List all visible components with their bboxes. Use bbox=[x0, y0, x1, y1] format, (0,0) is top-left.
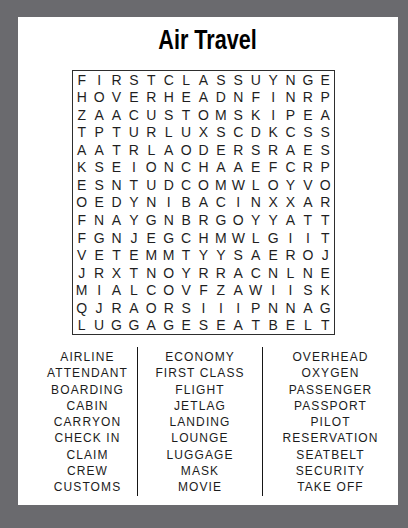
grid-cell: O bbox=[317, 176, 334, 194]
grid-cell: A bbox=[230, 316, 247, 334]
grid-cell: E bbox=[282, 316, 299, 334]
grid-cell: E bbox=[90, 194, 107, 212]
grid-cell: R bbox=[108, 71, 125, 89]
grid-cell: N bbox=[143, 194, 160, 212]
grid-cell: Y bbox=[125, 211, 142, 229]
grid-cell: A bbox=[108, 281, 125, 299]
grid-cell: B bbox=[264, 316, 281, 334]
grid-cell: A bbox=[212, 159, 229, 177]
word-item: CREW bbox=[38, 463, 137, 479]
grid-cell: C bbox=[125, 106, 142, 124]
grid-cell: C bbox=[177, 229, 194, 247]
grid-cell: N bbox=[160, 211, 177, 229]
grid-cell: O bbox=[195, 106, 212, 124]
grid-cell: G bbox=[317, 299, 334, 317]
grid-cell: S bbox=[230, 246, 247, 264]
word-search-grid: FIRSTCLASSUYNGEHOVERHEADNFINRPZAACUSTOMS… bbox=[72, 70, 335, 335]
grid-cell: A bbox=[230, 281, 247, 299]
grid-cell: V bbox=[299, 176, 316, 194]
grid-cell: E bbox=[212, 141, 229, 159]
grid-cell: Y bbox=[177, 264, 194, 282]
grid-cell: S bbox=[317, 124, 334, 142]
grid-cell: I bbox=[264, 106, 281, 124]
grid-cell: I bbox=[90, 281, 107, 299]
grid-cell: A bbox=[90, 106, 107, 124]
word-item: FIRST CLASS bbox=[138, 365, 262, 381]
grid-cell: T bbox=[108, 124, 125, 142]
grid-cell: E bbox=[143, 229, 160, 247]
grid-cell: T bbox=[125, 264, 142, 282]
grid-cell: A bbox=[195, 194, 212, 212]
grid-cell: I bbox=[195, 299, 212, 317]
grid-cell: T bbox=[108, 141, 125, 159]
page-title-text: Air Travel bbox=[159, 25, 257, 56]
word-column: OVERHEADOXYGENPASSENGERPASSPORTPILOTRESE… bbox=[262, 347, 398, 496]
word-item: LANDING bbox=[138, 414, 262, 430]
grid-cell: C bbox=[160, 71, 177, 89]
grid-cell: T bbox=[299, 211, 316, 229]
grid-cell: R bbox=[299, 159, 316, 177]
grid-cell: A bbox=[230, 264, 247, 282]
grid-cell: J bbox=[125, 229, 142, 247]
grid-cell: U bbox=[143, 106, 160, 124]
grid-cell: W bbox=[230, 176, 247, 194]
grid-cell: T bbox=[125, 176, 142, 194]
grid-cell: X bbox=[264, 194, 281, 212]
grid-cell: A bbox=[299, 194, 316, 212]
grid-cell: N bbox=[247, 194, 264, 212]
word-item: SECURITY bbox=[263, 463, 398, 479]
grid-cell: O bbox=[143, 159, 160, 177]
grid-cell: A bbox=[247, 246, 264, 264]
grid-cell: O bbox=[160, 281, 177, 299]
word-column: ECONOMYFIRST CLASSFLIGHTJETLAGLANDINGLOU… bbox=[137, 347, 262, 496]
word-item: MASK bbox=[138, 463, 262, 479]
grid-cell: I bbox=[160, 194, 177, 212]
grid-cell: C bbox=[212, 194, 229, 212]
grid-cell: Q bbox=[73, 299, 90, 317]
word-item: PASSPORT bbox=[263, 398, 398, 414]
grid-cell: M bbox=[212, 229, 229, 247]
word-item: CUSTOMS bbox=[38, 479, 137, 495]
grid-cell: Z bbox=[73, 106, 90, 124]
grid-cell: P bbox=[90, 124, 107, 142]
word-item: OVERHEAD bbox=[263, 349, 398, 365]
grid-cell: V bbox=[73, 246, 90, 264]
grid-cell: S bbox=[299, 124, 316, 142]
grid-cell: E bbox=[177, 316, 194, 334]
grid-cell: S bbox=[230, 71, 247, 89]
grid-cell: X bbox=[195, 124, 212, 142]
grid-cell: A bbox=[108, 211, 125, 229]
word-item: BOARDING bbox=[38, 382, 137, 398]
grid-cell: R bbox=[212, 264, 229, 282]
grid-cell: X bbox=[282, 194, 299, 212]
word-item: AIRLINE bbox=[38, 349, 137, 365]
grid-cell: T bbox=[317, 229, 334, 247]
grid-cell: H bbox=[195, 159, 212, 177]
grid-cell: I bbox=[264, 281, 281, 299]
grid-cell: E bbox=[125, 246, 142, 264]
grid-cell: N bbox=[264, 264, 281, 282]
word-item: PASSENGER bbox=[263, 382, 398, 398]
word-column: AIRLINEATTENDANTBOARDINGCABINCARRYONCHEC… bbox=[38, 347, 137, 496]
grid-cell: Y bbox=[282, 176, 299, 194]
grid-cell: O bbox=[230, 211, 247, 229]
word-item: CARRYON bbox=[38, 414, 137, 430]
grid-cell: S bbox=[212, 71, 229, 89]
grid-cell: R bbox=[317, 194, 334, 212]
grid-cell: I bbox=[264, 89, 281, 107]
grid-cell: A bbox=[73, 141, 90, 159]
grid-cell: E bbox=[317, 71, 334, 89]
photo-frame: Air Travel FIRSTCLASSUYNGEHOVERHEADNFINR… bbox=[0, 0, 408, 528]
grid-cell: K bbox=[247, 106, 264, 124]
grid-cell: Y bbox=[264, 211, 281, 229]
grid-cell: R bbox=[230, 141, 247, 159]
word-item: RESERVATION bbox=[263, 430, 398, 446]
grid-cell: O bbox=[299, 246, 316, 264]
grid-cell: N bbox=[282, 299, 299, 317]
grid-cell: A bbox=[195, 89, 212, 107]
grid-cell: F bbox=[195, 281, 212, 299]
grid-cell: U bbox=[90, 316, 107, 334]
grid-cell: L bbox=[125, 281, 142, 299]
grid-cell: C bbox=[230, 124, 247, 142]
grid-cell: N bbox=[282, 89, 299, 107]
grid-cell: M bbox=[160, 246, 177, 264]
grid-cell: M bbox=[143, 246, 160, 264]
grid-cell: R bbox=[264, 141, 281, 159]
grid-cell: D bbox=[212, 89, 229, 107]
grid-cell: Y bbox=[125, 194, 142, 212]
grid-cell: P bbox=[317, 89, 334, 107]
grid-cell: A bbox=[299, 299, 316, 317]
word-item: TAKE OFF bbox=[263, 479, 398, 495]
grid-cell: R bbox=[90, 264, 107, 282]
grid-cell: U bbox=[177, 124, 194, 142]
grid-cell: L bbox=[73, 316, 90, 334]
grid-cell: D bbox=[247, 124, 264, 142]
grid-cell: F bbox=[73, 229, 90, 247]
grid-cell: O bbox=[195, 176, 212, 194]
grid-cell: R bbox=[160, 299, 177, 317]
grid-cell: R bbox=[195, 211, 212, 229]
word-item: JETLAG bbox=[138, 398, 262, 414]
grid-cell: G bbox=[299, 71, 316, 89]
grid-cell: B bbox=[177, 194, 194, 212]
grid-cell: N bbox=[160, 159, 177, 177]
grid-cell: E bbox=[264, 246, 281, 264]
grid-cell: N bbox=[282, 71, 299, 89]
grid-cell: X bbox=[108, 264, 125, 282]
grid-cell: C bbox=[177, 159, 194, 177]
word-item: LOUNGE bbox=[138, 430, 262, 446]
word-item: PILOT bbox=[263, 414, 398, 430]
grid-cell: R bbox=[143, 124, 160, 142]
grid-cell: A bbox=[143, 316, 160, 334]
puzzle-page: Air Travel FIRSTCLASSUYNGEHOVERHEADNFINR… bbox=[18, 17, 398, 505]
grid-cell: S bbox=[160, 106, 177, 124]
grid-cell: S bbox=[90, 159, 107, 177]
word-item: CHECK IN bbox=[38, 430, 137, 446]
grid-cell: G bbox=[90, 229, 107, 247]
grid-cell: C bbox=[143, 281, 160, 299]
grid-cell: M bbox=[212, 106, 229, 124]
grid-cell: H bbox=[195, 229, 212, 247]
grid-cell: Y bbox=[195, 246, 212, 264]
grid-cell: S bbox=[247, 141, 264, 159]
grid-cell: I bbox=[282, 281, 299, 299]
grid-cell: E bbox=[108, 159, 125, 177]
grid-cell: W bbox=[247, 281, 264, 299]
grid-cell: E bbox=[299, 106, 316, 124]
grid-cell: R bbox=[108, 299, 125, 317]
grid-cell: S bbox=[212, 124, 229, 142]
word-item: ECONOMY bbox=[138, 349, 262, 365]
grid-cell: T bbox=[317, 211, 334, 229]
grid-cell: M bbox=[212, 176, 229, 194]
grid-cell: L bbox=[143, 141, 160, 159]
grid-cell: E bbox=[299, 141, 316, 159]
grid-cell: S bbox=[299, 281, 316, 299]
grid-cell: O bbox=[73, 194, 90, 212]
grid-cell: N bbox=[108, 229, 125, 247]
grid-cell: E bbox=[247, 159, 264, 177]
grid-cell: G bbox=[264, 229, 281, 247]
grid-cell: O bbox=[264, 176, 281, 194]
grid-cell: D bbox=[108, 194, 125, 212]
grid-cell: S bbox=[195, 316, 212, 334]
grid-cell: S bbox=[317, 141, 334, 159]
grid-cell: U bbox=[125, 124, 142, 142]
grid-cell: A bbox=[160, 141, 177, 159]
grid-cell: T bbox=[177, 106, 194, 124]
grid-cell: L bbox=[177, 71, 194, 89]
grid-cell: F bbox=[73, 211, 90, 229]
grid-cell: T bbox=[317, 316, 334, 334]
word-item: CABIN bbox=[38, 398, 137, 414]
grid-cell: P bbox=[282, 106, 299, 124]
grid-cell: I bbox=[282, 229, 299, 247]
grid-cell: P bbox=[317, 159, 334, 177]
grid-cell: C bbox=[282, 124, 299, 142]
grid-cell: J bbox=[90, 299, 107, 317]
word-item: MOVIE bbox=[138, 479, 262, 495]
grid-cell: W bbox=[230, 229, 247, 247]
grid-cell: S bbox=[177, 299, 194, 317]
grid-cell: A bbox=[108, 106, 125, 124]
grid-cell: G bbox=[160, 229, 177, 247]
grid-cell: E bbox=[212, 316, 229, 334]
grid-cell: C bbox=[282, 159, 299, 177]
grid-cell: L bbox=[247, 176, 264, 194]
grid-cell: K bbox=[264, 124, 281, 142]
grid-cell: S bbox=[90, 176, 107, 194]
grid-cell: Y bbox=[247, 211, 264, 229]
grid-cell: V bbox=[108, 89, 125, 107]
grid-cell: K bbox=[73, 159, 90, 177]
grid-cell: T bbox=[143, 71, 160, 89]
word-item: OXYGEN bbox=[263, 365, 398, 381]
grid-cell: J bbox=[73, 264, 90, 282]
grid-cell: M bbox=[73, 281, 90, 299]
grid-cell: C bbox=[177, 176, 194, 194]
grid-cell: E bbox=[317, 264, 334, 282]
word-item: LUGGAGE bbox=[138, 447, 262, 463]
grid-cell: Y bbox=[212, 246, 229, 264]
grid-cell: E bbox=[177, 89, 194, 107]
page-title: Air Travel bbox=[18, 25, 398, 56]
grid-cell: I bbox=[299, 229, 316, 247]
grid-cell: G bbox=[160, 316, 177, 334]
grid-cell: C bbox=[247, 264, 264, 282]
grid-cell: E bbox=[73, 176, 90, 194]
grid-cell: R bbox=[125, 141, 142, 159]
grid-cell: B bbox=[177, 211, 194, 229]
grid-cell: D bbox=[195, 141, 212, 159]
grid-cell: F bbox=[264, 159, 281, 177]
grid-cell: T bbox=[108, 246, 125, 264]
grid-cell: S bbox=[230, 106, 247, 124]
grid-cell: P bbox=[247, 299, 264, 317]
grid-cell: F bbox=[247, 89, 264, 107]
grid-cell: T bbox=[247, 316, 264, 334]
grid-cell: R bbox=[299, 89, 316, 107]
grid-cell: A bbox=[282, 141, 299, 159]
grid-cell: N bbox=[108, 176, 125, 194]
grid-cell: T bbox=[177, 246, 194, 264]
grid-cell: R bbox=[143, 89, 160, 107]
grid-cell: U bbox=[247, 71, 264, 89]
grid-cell: I bbox=[230, 299, 247, 317]
grid-cell: K bbox=[317, 281, 334, 299]
grid-cell: O bbox=[177, 141, 194, 159]
grid-cell: N bbox=[143, 264, 160, 282]
grid-cell: N bbox=[299, 264, 316, 282]
grid-cell: E bbox=[90, 246, 107, 264]
grid-cell: G bbox=[212, 211, 229, 229]
grid-cell: V bbox=[177, 281, 194, 299]
grid-cell: Z bbox=[212, 281, 229, 299]
grid-cell: R bbox=[195, 264, 212, 282]
grid-cell: H bbox=[160, 89, 177, 107]
grid-cell: D bbox=[160, 176, 177, 194]
word-item: FLIGHT bbox=[138, 382, 262, 398]
grid-cell: Y bbox=[264, 71, 281, 89]
grid-cell: G bbox=[143, 211, 160, 229]
grid-cell: A bbox=[195, 71, 212, 89]
word-list: AIRLINEATTENDANTBOARDINGCABINCARRYONCHEC… bbox=[38, 347, 398, 496]
word-item: SEATBELT bbox=[263, 447, 398, 463]
grid-cell: A bbox=[90, 141, 107, 159]
word-item: ATTENDANT bbox=[38, 365, 137, 381]
grid-cell: I bbox=[125, 159, 142, 177]
grid-cell: H bbox=[73, 89, 90, 107]
grid-cell: S bbox=[125, 71, 142, 89]
grid-cell: T bbox=[73, 124, 90, 142]
grid-cell: N bbox=[264, 299, 281, 317]
grid-cell: J bbox=[317, 246, 334, 264]
grid-cell: O bbox=[90, 89, 107, 107]
grid-cell: L bbox=[247, 229, 264, 247]
word-item: CLAIM bbox=[38, 447, 137, 463]
grid-cell: A bbox=[317, 106, 334, 124]
grid-cell: R bbox=[282, 246, 299, 264]
grid-cell: I bbox=[230, 194, 247, 212]
grid-cell: N bbox=[230, 89, 247, 107]
grid-cell: U bbox=[143, 176, 160, 194]
grid-cell: G bbox=[125, 316, 142, 334]
grid-cell: A bbox=[230, 159, 247, 177]
grid-cell: N bbox=[90, 211, 107, 229]
grid-cell: G bbox=[108, 316, 125, 334]
grid-cell: L bbox=[282, 264, 299, 282]
grid-cell: L bbox=[299, 316, 316, 334]
grid-cell: O bbox=[143, 299, 160, 317]
grid-cell: O bbox=[160, 264, 177, 282]
grid-cell: I bbox=[90, 71, 107, 89]
grid-cell: E bbox=[125, 89, 142, 107]
grid-cell: F bbox=[73, 71, 90, 89]
grid-cell: A bbox=[125, 299, 142, 317]
grid-cell: A bbox=[282, 211, 299, 229]
grid-cell: I bbox=[212, 299, 229, 317]
grid-cell: L bbox=[160, 124, 177, 142]
